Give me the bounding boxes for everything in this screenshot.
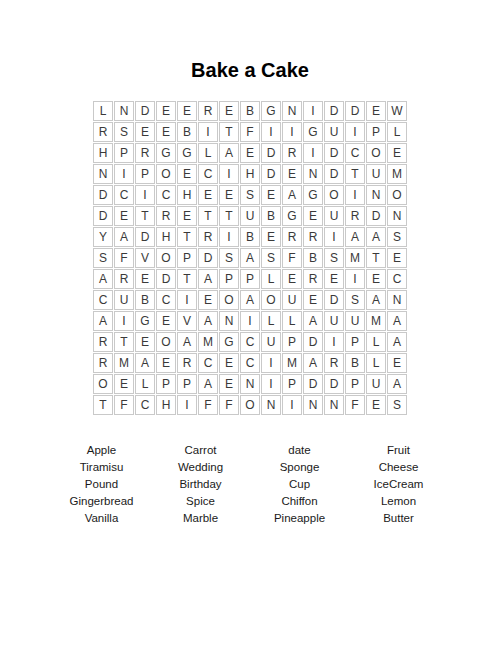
word-list-item: Cup	[250, 476, 349, 493]
grid-cell: D	[324, 143, 344, 163]
grid-cell: I	[282, 395, 302, 415]
grid-cell: F	[240, 122, 260, 142]
grid-cell: U	[366, 374, 386, 394]
grid-cell: E	[156, 101, 176, 121]
grid-cell: D	[261, 143, 281, 163]
grid-cell: H	[93, 143, 113, 163]
grid-cell: A	[135, 353, 155, 373]
grid-cell: T	[219, 122, 239, 142]
grid-cell: E	[177, 101, 197, 121]
grid-cell: C	[156, 185, 176, 205]
grid-cell: E	[219, 101, 239, 121]
grid-cell: M	[114, 353, 134, 373]
grid-cell: A	[366, 290, 386, 310]
word-list-item: Butter	[349, 510, 448, 527]
grid-cell: P	[156, 374, 176, 394]
grid-cell: U	[114, 290, 134, 310]
grid-cell: O	[261, 290, 281, 310]
grid-cell: D	[366, 206, 386, 226]
grid-cell: I	[219, 227, 239, 247]
grid-cell: R	[114, 269, 134, 289]
grid-cell: E	[219, 374, 239, 394]
grid-cell: E	[324, 269, 344, 289]
grid-cell: E	[366, 101, 386, 121]
grid-cell: F	[282, 248, 302, 268]
grid-cell: N	[240, 374, 260, 394]
grid-cell: D	[135, 227, 155, 247]
grid-cell: O	[387, 185, 407, 205]
grid-cell: E	[282, 269, 302, 289]
word-list-item: Tiramisu	[52, 459, 151, 476]
grid-cell: S	[345, 290, 365, 310]
grid-cell: B	[303, 248, 323, 268]
word-list-item: Pound	[52, 476, 151, 493]
grid-cell: O	[219, 290, 239, 310]
grid-cell: T	[345, 164, 365, 184]
grid-cell: T	[177, 227, 197, 247]
grid-cell: R	[198, 227, 218, 247]
grid-cell: I	[261, 374, 281, 394]
grid-cell: B	[135, 290, 155, 310]
grid-cell: I	[345, 185, 365, 205]
grid-cell: D	[198, 248, 218, 268]
grid-cell: O	[324, 185, 344, 205]
grid-cell: I	[114, 164, 134, 184]
grid-cell: E	[219, 185, 239, 205]
grid-cell: V	[135, 248, 155, 268]
grid-cell: G	[156, 143, 176, 163]
grid-cell: E	[387, 248, 407, 268]
grid-cell: R	[198, 101, 218, 121]
grid-cell: P	[177, 248, 197, 268]
grid-cell: R	[282, 143, 302, 163]
grid-cell: D	[156, 269, 176, 289]
grid-cell: R	[93, 353, 113, 373]
grid-cell: T	[366, 248, 386, 268]
grid-cell: S	[240, 185, 260, 205]
word-list-item: Apple	[52, 442, 151, 459]
word-list-item: Chiffon	[250, 493, 349, 510]
grid-cell: A	[114, 227, 134, 247]
grid-cell: I	[282, 122, 302, 142]
word-list-item: date	[250, 442, 349, 459]
grid-cell: T	[198, 206, 218, 226]
grid-cell: A	[177, 332, 197, 352]
grid-cell: S	[261, 248, 281, 268]
grid-cell: I	[177, 290, 197, 310]
grid-cell: A	[240, 290, 260, 310]
grid-cell: B	[240, 101, 260, 121]
grid-cell: O	[156, 248, 176, 268]
grid-cell: G	[177, 143, 197, 163]
grid-cell: B	[240, 227, 260, 247]
grid-cell: E	[387, 353, 407, 373]
grid-cell: O	[156, 332, 176, 352]
grid-cell: D	[324, 374, 344, 394]
grid-cell: N	[282, 101, 302, 121]
grid-cell: O	[240, 395, 260, 415]
grid-cell: M	[198, 332, 218, 352]
grid-cell: S	[93, 248, 113, 268]
grid-cell: C	[114, 185, 134, 205]
grid-cell: E	[282, 164, 302, 184]
grid-cell: F	[114, 248, 134, 268]
grid-cell: I	[303, 143, 323, 163]
grid-cell: E	[156, 122, 176, 142]
grid-cell: E	[366, 269, 386, 289]
grid-cell: I	[345, 269, 365, 289]
word-list-item: Sponge	[250, 459, 349, 476]
grid-cell: B	[177, 122, 197, 142]
grid-cell: H	[240, 164, 260, 184]
grid-cell: L	[135, 374, 155, 394]
word-list: AppleCarrotdateFruitTiramisuWeddingSpong…	[52, 442, 448, 527]
grid-cell: D	[324, 290, 344, 310]
grid-cell: W	[387, 101, 407, 121]
puzzle-title: Bake a Cake	[0, 0, 500, 81]
grid-cell: N	[114, 101, 134, 121]
word-list-item: IceCream	[349, 476, 448, 493]
grid-cell: C	[156, 290, 176, 310]
grid-cell: E	[303, 206, 323, 226]
grid-cell: E	[114, 206, 134, 226]
grid-cell: I	[240, 311, 260, 331]
grid-cell: A	[303, 311, 323, 331]
grid-cell: E	[156, 311, 176, 331]
grid-cell: N	[303, 164, 323, 184]
grid-cell: C	[240, 353, 260, 373]
grid-cell: O	[93, 374, 113, 394]
puzzle-grid: LNDEEREBGNIDDEWRSEEBITFIIGUIPLHPRGGLAEDR…	[93, 101, 407, 415]
grid-cell: I	[219, 164, 239, 184]
word-list-item: Marble	[151, 510, 250, 527]
grid-cell: A	[93, 269, 113, 289]
grid-cell: E	[303, 290, 323, 310]
grid-cell: M	[387, 164, 407, 184]
grid-cell: N	[303, 395, 323, 415]
grid-cell: D	[93, 206, 113, 226]
grid-cell: E	[198, 290, 218, 310]
grid-cell: G	[219, 332, 239, 352]
grid-cell: U	[366, 164, 386, 184]
grid-cell: A	[366, 227, 386, 247]
grid-cell: P	[114, 143, 134, 163]
grid-cell: N	[261, 395, 281, 415]
grid-cell: L	[198, 143, 218, 163]
grid-cell: C	[93, 290, 113, 310]
grid-cell: N	[93, 164, 113, 184]
grid-cell: I	[324, 227, 344, 247]
grid-cell: A	[198, 269, 218, 289]
grid-cell: F	[345, 395, 365, 415]
grid-cell: R	[93, 122, 113, 142]
grid-cell: L	[387, 122, 407, 142]
word-list-item: Vanilla	[52, 510, 151, 527]
grid-cell: P	[219, 269, 239, 289]
grid-cell: R	[177, 353, 197, 373]
grid-cell: F	[114, 395, 134, 415]
word-list-item: Birthday	[151, 476, 250, 493]
grid-cell: L	[282, 311, 302, 331]
grid-cell: A	[198, 374, 218, 394]
grid-cell: P	[282, 374, 302, 394]
grid-cell: E	[177, 164, 197, 184]
grid-cell: E	[135, 332, 155, 352]
grid-cell: T	[219, 206, 239, 226]
grid-cell: E	[219, 353, 239, 373]
grid-cell: C	[135, 395, 155, 415]
grid-cell: I	[135, 185, 155, 205]
grid-cell: M	[282, 353, 302, 373]
grid-cell: R	[135, 143, 155, 163]
grid-cell: A	[303, 353, 323, 373]
grid-cell: U	[324, 122, 344, 142]
grid-cell: A	[198, 311, 218, 331]
grid-cell: A	[240, 248, 260, 268]
grid-cell: G	[261, 101, 281, 121]
grid-cell: G	[303, 122, 323, 142]
grid-cell: F	[219, 395, 239, 415]
grid-cell: A	[282, 185, 302, 205]
grid-cell: U	[282, 290, 302, 310]
grid-cell: P	[240, 269, 260, 289]
word-list-item: Wedding	[151, 459, 250, 476]
grid-cell: S	[387, 227, 407, 247]
grid-cell: G	[303, 185, 323, 205]
grid-cell: I	[177, 395, 197, 415]
grid-cell: A	[387, 374, 407, 394]
grid-cell: E	[177, 206, 197, 226]
grid-cell: R	[282, 227, 302, 247]
grid-cell: O	[366, 143, 386, 163]
grid-cell: B	[345, 353, 365, 373]
grid-cell: L	[93, 101, 113, 121]
grid-cell: B	[261, 206, 281, 226]
grid-cell: M	[345, 248, 365, 268]
grid-cell: L	[366, 332, 386, 352]
grid-cell: E	[135, 269, 155, 289]
grid-cell: P	[177, 374, 197, 394]
grid-cell: E	[156, 353, 176, 373]
grid-cell: T	[93, 395, 113, 415]
grid-cell: D	[261, 164, 281, 184]
grid-cell: F	[198, 395, 218, 415]
grid-cell: U	[324, 311, 344, 331]
grid-cell: I	[345, 122, 365, 142]
grid-cell: R	[324, 353, 344, 373]
grid-cell: S	[387, 395, 407, 415]
grid-cell: I	[324, 332, 344, 352]
grid-cell: H	[177, 185, 197, 205]
grid-cell: A	[93, 311, 113, 331]
grid-cell: C	[240, 332, 260, 352]
grid-cell: H	[156, 395, 176, 415]
grid-cell: L	[261, 311, 281, 331]
grid-cell: S	[114, 122, 134, 142]
grid-cell: T	[177, 269, 197, 289]
grid-cell: E	[135, 122, 155, 142]
word-list-item: Gingerbread	[52, 493, 151, 510]
grid-cell: A	[387, 311, 407, 331]
grid-cell: I	[261, 353, 281, 373]
grid-cell: M	[366, 311, 386, 331]
grid-cell: D	[303, 374, 323, 394]
grid-cell: E	[261, 227, 281, 247]
grid-cell: N	[387, 290, 407, 310]
grid-cell: C	[345, 143, 365, 163]
grid-cell: N	[387, 206, 407, 226]
word-list-item: Carrot	[151, 442, 250, 459]
worksheet-page: Bake a Cake LNDEEREBGNIDDEWRSEEBITFIIGUI…	[0, 0, 500, 647]
grid-cell: D	[324, 164, 344, 184]
grid-cell: H	[156, 227, 176, 247]
grid-cell: R	[156, 206, 176, 226]
grid-cell: I	[114, 311, 134, 331]
grid-cell: D	[345, 101, 365, 121]
grid-cell: N	[219, 311, 239, 331]
grid-cell: U	[240, 206, 260, 226]
grid-cell: D	[135, 101, 155, 121]
word-list-item: Fruit	[349, 442, 448, 459]
grid-cell: R	[345, 206, 365, 226]
word-list-item: Pineapple	[250, 510, 349, 527]
grid-cell: T	[114, 332, 134, 352]
word-list-item: Spice	[151, 493, 250, 510]
grid-cell: E	[114, 374, 134, 394]
grid-cell: O	[156, 164, 176, 184]
grid-cell: G	[282, 206, 302, 226]
grid-cell: P	[282, 332, 302, 352]
grid-cell: P	[366, 122, 386, 142]
grid-cell: I	[198, 122, 218, 142]
grid-cell: L	[366, 353, 386, 373]
grid-cell: C	[387, 269, 407, 289]
grid-cell: Y	[93, 227, 113, 247]
grid-cell: T	[135, 206, 155, 226]
grid-cell: E	[198, 185, 218, 205]
grid-cell: E	[261, 185, 281, 205]
grid-cell: L	[261, 269, 281, 289]
grid-cell: P	[345, 374, 365, 394]
grid-cell: U	[261, 332, 281, 352]
grid-cell: E	[366, 395, 386, 415]
grid-cell: U	[345, 311, 365, 331]
grid-cell: A	[219, 143, 239, 163]
grid-cell: A	[387, 332, 407, 352]
grid-cell: R	[303, 227, 323, 247]
grid-cell: I	[261, 122, 281, 142]
grid-cell: E	[240, 143, 260, 163]
grid-cell: N	[324, 395, 344, 415]
grid-cell: D	[303, 332, 323, 352]
grid-cell: R	[93, 332, 113, 352]
grid-cell: A	[345, 227, 365, 247]
grid-cell: S	[324, 248, 344, 268]
grid-cell: S	[219, 248, 239, 268]
grid-cell: R	[303, 269, 323, 289]
grid-cell: D	[93, 185, 113, 205]
grid-cell: C	[198, 353, 218, 373]
grid-cell: P	[135, 164, 155, 184]
grid-cell: U	[324, 206, 344, 226]
grid-cell: G	[135, 311, 155, 331]
grid-cell: P	[345, 332, 365, 352]
grid-cell: D	[324, 101, 344, 121]
word-list-item: Lemon	[349, 493, 448, 510]
grid-cell: C	[198, 164, 218, 184]
word-list-item: Cheese	[349, 459, 448, 476]
grid-cell: V	[177, 311, 197, 331]
grid-cell: I	[303, 101, 323, 121]
grid-cell: E	[387, 143, 407, 163]
grid-cell: N	[366, 185, 386, 205]
